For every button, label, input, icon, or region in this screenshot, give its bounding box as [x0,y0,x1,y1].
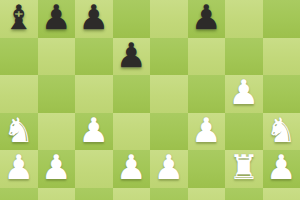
square-r1-c6[interactable] [225,38,263,76]
square-r4-c7[interactable]: ♟ [263,150,301,188]
square-r0-c7[interactable] [263,0,301,38]
square-r2-c0[interactable] [0,75,38,113]
square-r0-c3[interactable] [113,0,151,38]
white-pawn[interactable]: ♟ [79,112,109,150]
square-r1-c0[interactable] [0,38,38,76]
black-pawn[interactable]: ♟ [79,0,109,37]
square-r4-c2[interactable] [75,150,113,188]
square-r5-c1[interactable] [38,188,76,201]
square-r2-c3[interactable] [113,75,151,113]
white-pawn[interactable]: ♟ [41,149,71,187]
square-r2-c2[interactable] [75,75,113,113]
square-r4-c3[interactable]: ♟ [113,150,151,188]
white-pawn[interactable]: ♟ [266,149,296,187]
square-r3-c5[interactable]: ♟ [188,113,226,151]
white-knight[interactable]: ♞ [266,112,296,150]
white-rook[interactable]: ♜ [229,149,259,187]
square-r5-c3[interactable] [113,188,151,201]
square-r5-c7[interactable] [263,188,301,201]
square-r1-c4[interactable] [150,38,188,76]
square-r0-c6[interactable] [225,0,263,38]
black-pawn[interactable]: ♟ [191,0,221,37]
square-r2-c1[interactable] [38,75,76,113]
square-r5-c5[interactable] [188,188,226,201]
black-pawn[interactable]: ♟ [41,0,71,37]
square-r2-c4[interactable] [150,75,188,113]
square-r3-c3[interactable] [113,113,151,151]
square-r4-c1[interactable]: ♟ [38,150,76,188]
square-r4-c0[interactable]: ♟ [0,150,38,188]
square-r1-c5[interactable] [188,38,226,76]
square-r1-c7[interactable] [263,38,301,76]
square-r2-c7[interactable] [263,75,301,113]
square-r5-c4[interactable] [150,188,188,201]
square-r3-c4[interactable] [150,113,188,151]
chess-board-viewport: ♝♟♟♟♟♟♞♟♟♞♟♟♟♟♜♟ [0,0,300,200]
square-r5-c0[interactable] [0,188,38,201]
white-knight[interactable]: ♞ [4,112,34,150]
square-r2-c5[interactable] [188,75,226,113]
square-r4-c5[interactable] [188,150,226,188]
white-pawn[interactable]: ♟ [154,149,184,187]
square-r1-c2[interactable] [75,38,113,76]
square-r4-c4[interactable]: ♟ [150,150,188,188]
square-r3-c7[interactable]: ♞ [263,113,301,151]
square-r3-c2[interactable]: ♟ [75,113,113,151]
square-r3-c1[interactable] [38,113,76,151]
square-r4-c6[interactable]: ♜ [225,150,263,188]
square-r1-c3[interactable]: ♟ [113,38,151,76]
square-r0-c0[interactable]: ♝ [0,0,38,38]
white-pawn[interactable]: ♟ [191,112,221,150]
black-pawn[interactable]: ♟ [116,37,146,75]
white-pawn[interactable]: ♟ [229,74,259,112]
square-r5-c2[interactable] [75,188,113,201]
white-pawn[interactable]: ♟ [116,149,146,187]
square-r0-c2[interactable]: ♟ [75,0,113,38]
square-r0-c4[interactable] [150,0,188,38]
chess-board: ♝♟♟♟♟♟♞♟♟♞♟♟♟♟♜♟ [0,0,300,200]
square-r3-c0[interactable]: ♞ [0,113,38,151]
square-r0-c5[interactable]: ♟ [188,0,226,38]
square-r5-c6[interactable] [225,188,263,201]
square-r0-c1[interactable]: ♟ [38,0,76,38]
square-r3-c6[interactable] [225,113,263,151]
black-bishop[interactable]: ♝ [4,0,34,37]
white-pawn[interactable]: ♟ [4,149,34,187]
square-r1-c1[interactable] [38,38,76,76]
square-r2-c6[interactable]: ♟ [225,75,263,113]
